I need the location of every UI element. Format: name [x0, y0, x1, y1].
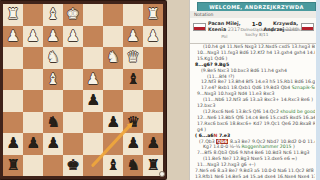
move-text[interactable]: (11...Nb6 12.Nf3 a6 13.a3 Bxc3+ 14.Rxc3 …: [203, 97, 313, 102]
move-text[interactable]: 13.Rfb1 Ne6 14.Be5 a4 15.a4 dxe4 16.Nxe4…: [195, 174, 315, 179]
current-move[interactable]: Qb6: [216, 139, 228, 144]
white-piece-n[interactable]: ♞: [43, 47, 63, 69]
square-c1[interactable]: [103, 4, 123, 26]
move-text[interactable]: 15.Kg1 Qd6 ): [197, 56, 227, 61]
move-text[interactable]: (11.Be5 Ne7 12.Bg3 Nxe5 13.dxe5 e6 =): [203, 156, 297, 161]
move-text[interactable]: 8...g6? 9.Bg5: [195, 62, 229, 67]
square-h3[interactable]: [3, 47, 23, 69]
move-text[interactable]: ( 6...a6: [195, 133, 213, 138]
white-piece-p[interactable]: ♟: [143, 26, 163, 48]
black-player-rating: 2148: [286, 27, 298, 32]
game-reference[interactable]: should be good for black: [280, 109, 315, 114]
square-d3[interactable]: [83, 47, 103, 69]
white-piece-p[interactable]: ♟: [43, 26, 63, 48]
square-e2[interactable]: ♟: [63, 26, 83, 48]
notation-scrollbar[interactable]: [316, 0, 320, 180]
white-piece-p[interactable]: ♟: [23, 26, 43, 48]
square-a5[interactable]: [143, 90, 163, 112]
square-d7[interactable]: [83, 133, 103, 155]
board-corner-handle[interactable]: [159, 171, 165, 177]
square-f8[interactable]: [43, 155, 63, 177]
square-c6[interactable]: ♟: [103, 112, 123, 134]
move-text[interactable]: 12...Ne6 13.Bb5 Qf6 14.c4 Be6 15.cxd5 Bx…: [197, 115, 315, 120]
square-a7[interactable]: ♟: [143, 133, 163, 155]
move-text[interactable]: 7.Ne5 e6 8.a3 Be7 9.Bd3 a5 10.0-0 Na6 11…: [195, 168, 315, 173]
square-b6[interactable]: ♛: [123, 112, 143, 134]
move-text[interactable]: g4 ): [197, 127, 206, 132]
black-player-block: Krzywda, Andrzej 2148: [273, 18, 316, 43]
black-piece-b[interactable]: ♝: [123, 69, 143, 91]
black-piece-q[interactable]: ♛: [123, 112, 143, 134]
square-h2[interactable]: ♟: [3, 26, 23, 48]
white-player-rating: 2317: [228, 27, 240, 32]
move-text[interactable]: 9...Nxg3 10.hxg3 Nd4 11.e3 Bxc3: [197, 91, 274, 96]
square-h4[interactable]: [3, 69, 23, 91]
notation-line[interactable]: 13.Rfb1 Ne6 14.Be5 a4 15.a4 dxe4 16.Nxe4…: [193, 174, 315, 180]
move-text[interactable]: (12.Rxc6 Ne6 13.Bc5 Qf6 14.Qc2: [203, 109, 280, 114]
white-piece-r[interactable]: ♜: [3, 4, 23, 26]
square-c5[interactable]: [103, 90, 123, 112]
square-h7[interactable]: ♟: [3, 133, 23, 155]
square-b3[interactable]: ♛: [123, 47, 143, 69]
black-piece-p[interactable]: ♟: [23, 133, 43, 155]
square-e6[interactable]: [63, 112, 83, 134]
square-g5[interactable]: [23, 90, 43, 112]
white-piece-b[interactable]: ♝: [43, 4, 63, 26]
square-g7[interactable]: ♟: [23, 133, 43, 155]
black-piece-p[interactable]: ♟: [103, 112, 123, 134]
square-d5[interactable]: ♟: [83, 90, 103, 112]
square-d2[interactable]: [83, 26, 103, 48]
square-f5[interactable]: [43, 90, 63, 112]
square-b5[interactable]: [123, 90, 143, 112]
white-piece-p[interactable]: ♟: [83, 69, 103, 91]
square-g1[interactable]: [23, 4, 43, 26]
chess-app-window: ♜♝♚♜♟♟♟♟♟♟♞♞♛♝♟♝♟♞♟♛♟♟♟♟♟♜♚♝♞♜ WELCOME, …: [0, 0, 320, 180]
square-b8[interactable]: ♞: [123, 155, 143, 177]
square-e4[interactable]: [63, 69, 83, 91]
black-flag-icon: [301, 23, 314, 31]
square-a1[interactable]: ♜: [143, 4, 163, 26]
move-text[interactable]: 8.a3 Be7 9.Qc2 Nbd7 10.Bd2 0-0 11.e3 g6 …: [228, 139, 315, 144]
square-f2[interactable]: ♟: [43, 26, 63, 48]
white-piece-n[interactable]: ♞: [103, 47, 123, 69]
square-a2[interactable]: ♟: [143, 26, 163, 48]
square-h8[interactable]: ♜: [3, 155, 23, 177]
black-piece-r[interactable]: ♜: [3, 155, 23, 177]
black-piece-p[interactable]: ♟: [143, 133, 163, 155]
square-a6[interactable]: [143, 112, 163, 134]
white-piece-p[interactable]: ♟: [63, 26, 83, 48]
square-d6[interactable]: [83, 112, 103, 134]
black-piece-p[interactable]: ♟: [123, 133, 143, 155]
square-e5[interactable]: [63, 90, 83, 112]
white-player-block: Pacan Milej, Ksenia 2317 Pol: [190, 18, 240, 43]
move-text[interactable]: (7.Qb3: [199, 139, 216, 144]
white-piece-p[interactable]: ♟: [123, 26, 143, 48]
notation-panel: WELCOME, ANDRZEJKRZYWDA Notation Pacan M…: [189, 0, 320, 180]
board-grid: ♜♝♚♜♟♟♟♟♟♟♞♞♛♝♟♝♟♞♟♛♟♟♟♟♟♜♚♝♞♜: [3, 4, 163, 176]
square-d1[interactable]: [83, 4, 103, 26]
square-h1[interactable]: ♜: [3, 4, 23, 26]
square-c7[interactable]: [103, 133, 123, 155]
chess-board: ♜♝♚♜♟♟♟♟♟♟♞♞♛♝♟♝♟♞♟♛♟♟♟♟♟♜♚♝♞♜: [0, 1, 166, 179]
game-reference[interactable]: Sznapik-Socko 2016: [292, 85, 315, 90]
square-b4[interactable]: ♝: [123, 69, 143, 91]
move-text[interactable]: 12.bxc3: [197, 103, 215, 108]
black-piece-p[interactable]: ♟: [3, 133, 23, 155]
square-c4[interactable]: [103, 69, 123, 91]
white-flag-icon: [193, 23, 206, 31]
move-text[interactable]: 17.Rxc6 bxc6 18.Bxc6+ Kd7 19.Qc1 Qe6 20.…: [197, 121, 315, 126]
move-text[interactable]: ): [292, 144, 295, 149]
black-player-name-line2: Andrzej: [263, 27, 284, 32]
move-text[interactable]: (11...Bf4 !?): [207, 74, 234, 79]
white-player-name-line2: Ksenia: [208, 27, 226, 32]
square-c8[interactable]: ♝: [103, 155, 123, 177]
move-text[interactable]: (10.h4 g4 11.Ne5 Nxg3 12.Nxd5 cxd5 13.hx…: [203, 44, 315, 49]
move-text[interactable]: 7...Bf5 8.Qb3 Qb6 9.Nh4 Be6 10.Bd3 Nc6 1…: [197, 150, 310, 155]
square-e3[interactable]: [63, 47, 83, 69]
square-g8[interactable]: [23, 155, 43, 177]
square-f1[interactable]: ♝: [43, 4, 63, 26]
square-g3[interactable]: [23, 47, 43, 69]
game-reference[interactable]: Roggenhammer 2015: [242, 144, 292, 149]
square-a4[interactable]: [143, 69, 163, 91]
square-d8[interactable]: [83, 155, 103, 177]
square-e1[interactable]: ♚: [63, 4, 83, 26]
white-player-country: Pol: [208, 34, 241, 39]
square-g2[interactable]: ♟: [23, 26, 43, 48]
square-e7[interactable]: [63, 133, 83, 155]
square-a3[interactable]: [143, 47, 163, 69]
black-piece-p[interactable]: ♟: [83, 90, 103, 112]
move-text[interactable]: 17.e4? Bxb1 18.Qxb1 Qd6 19.Bd3 Qb4: [201, 85, 292, 90]
square-f7[interactable]: ♟: [43, 133, 63, 155]
notation-line[interactable]: 17.Rxc6 bxc6 18.Bxc6+ Kd7 19.Qc1 Qe6 20.…: [193, 121, 315, 127]
game-header: Pacan Milej, Ksenia 2317 Pol 1-0 Dolnośl…: [190, 18, 316, 44]
square-b1[interactable]: [123, 4, 143, 26]
tab-notation[interactable]: Notation: [190, 11, 316, 18]
move-text[interactable]: 12.Nf3 Be7 13.Bh4 Bf5 14.e3 h5 15.Rb1 Bd…: [201, 79, 315, 84]
square-e8[interactable]: ♚: [63, 155, 83, 177]
white-piece-r[interactable]: ♜: [143, 4, 163, 26]
square-c2[interactable]: [103, 26, 123, 48]
square-h5[interactable]: [3, 90, 23, 112]
move-text[interactable]: 7.e3: [217, 133, 230, 138]
square-c3[interactable]: ♞: [103, 47, 123, 69]
square-b7[interactable]: ♟: [123, 133, 143, 155]
square-b2[interactable]: ♟: [123, 26, 143, 48]
square-d4[interactable]: ♟: [83, 69, 103, 91]
move-text[interactable]: 11...Nxg3 12.hxg3 g6 +-): [197, 162, 256, 167]
white-piece-b[interactable]: ♝: [43, 69, 63, 91]
white-piece-p[interactable]: ♟: [3, 26, 23, 48]
move-text[interactable]: Kg7 13.0-0 ½-½: [203, 144, 242, 149]
notation-text[interactable]: (10.h4 g4 11.Ne5 Nxg3 12.Nxd5 cxd5 13.hx…: [193, 44, 315, 180]
square-f4[interactable]: ♝: [43, 69, 63, 91]
square-g4[interactable]: [23, 69, 43, 91]
black-piece-k[interactable]: ♚: [63, 155, 83, 177]
white-piece-q[interactable]: ♛: [123, 47, 143, 69]
square-f6[interactable]: ♞: [43, 112, 63, 134]
move-text[interactable]: 10...Nxg3 11.fxg3 Bd6 12.Kf2 h4 13.gxh4 …: [197, 50, 315, 55]
square-g6[interactable]: [23, 112, 43, 134]
white-piece-k[interactable]: ♚: [63, 4, 83, 26]
black-piece-n[interactable]: ♞: [43, 112, 63, 134]
black-piece-n[interactable]: ♞: [123, 155, 143, 177]
square-f3[interactable]: ♞: [43, 47, 63, 69]
move-text[interactable]: (9.Be5 Nxc3 10.bxc3 Bd6 11.h4 gxh4: [201, 68, 287, 73]
black-piece-p[interactable]: ♟: [43, 133, 63, 155]
square-h6[interactable]: [3, 112, 23, 134]
black-piece-b[interactable]: ♝: [103, 155, 123, 177]
